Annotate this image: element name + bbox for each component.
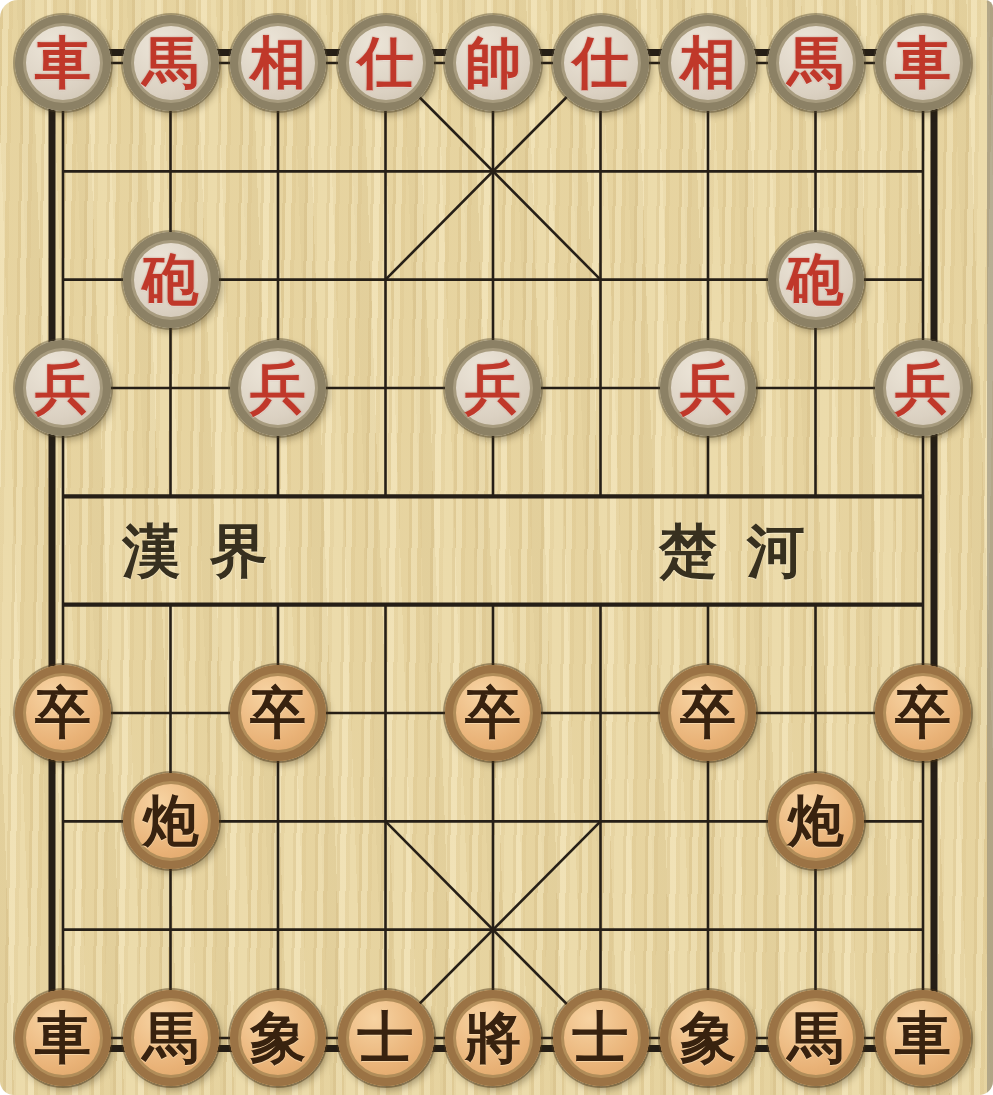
point-c10[interactable]: 象 [224,984,332,1092]
piece-black-elephant[interactable]: 象 [230,990,326,1086]
point-c8[interactable] [224,767,332,875]
piece-black-advisor[interactable]: 士 [553,990,649,1086]
point-g8[interactable] [654,767,762,875]
piece-black-chariot[interactable]: 車 [875,990,971,1086]
point-h6[interactable] [762,550,870,658]
piece-red-elephant[interactable]: 相 [660,15,756,111]
point-d6[interactable] [332,550,440,658]
point-i9[interactable] [869,875,977,983]
point-g10[interactable]: 象 [654,984,762,1092]
point-g1[interactable]: 相 [654,9,762,117]
point-f3[interactable] [547,225,655,333]
point-a4[interactable]: 兵 [9,334,117,442]
piece-red-soldier[interactable]: 兵 [660,340,756,436]
point-a5[interactable] [9,442,117,550]
piece-black-horse[interactable]: 馬 [768,990,864,1086]
point-e2[interactable] [439,117,547,225]
point-a2[interactable] [9,117,117,225]
point-h1[interactable]: 馬 [762,9,870,117]
piece-black-horse[interactable]: 馬 [123,990,219,1086]
piece-red-horse[interactable]: 馬 [123,15,219,111]
point-i3[interactable] [869,225,977,333]
point-i5[interactable] [869,442,977,550]
point-h8[interactable]: 炮 [762,767,870,875]
point-g9[interactable] [654,875,762,983]
point-b8[interactable]: 炮 [117,767,225,875]
point-d1[interactable]: 仕 [332,9,440,117]
point-d3[interactable] [332,225,440,333]
point-a1[interactable]: 車 [9,9,117,117]
point-c1[interactable]: 相 [224,9,332,117]
point-a8[interactable] [9,767,117,875]
point-i8[interactable] [869,767,977,875]
piece-black-elephant[interactable]: 象 [660,990,756,1086]
point-h3[interactable]: 砲 [762,225,870,333]
point-e6[interactable] [439,550,547,658]
point-b6[interactable] [117,550,225,658]
piece-red-chariot[interactable]: 車 [875,15,971,111]
xiangqi-board: 漢界 楚河 車馬相仕帥仕相馬車砲砲兵兵兵兵兵卒卒卒卒卒炮炮車馬象士將士象馬車 [0,0,993,1095]
point-h7[interactable] [762,659,870,767]
point-e9[interactable] [439,875,547,983]
point-i4[interactable]: 兵 [869,334,977,442]
point-d10[interactable]: 士 [332,984,440,1092]
point-a6[interactable] [9,550,117,658]
point-d5[interactable] [332,442,440,550]
point-d2[interactable] [332,117,440,225]
point-g7[interactable]: 卒 [654,659,762,767]
point-i1[interactable]: 車 [869,9,977,117]
point-a10[interactable]: 車 [9,984,117,1092]
piece-red-soldier[interactable]: 兵 [230,340,326,436]
screenshot: 漢界 楚河 車馬相仕帥仕相馬車砲砲兵兵兵兵兵卒卒卒卒卒炮炮車馬象士將士象馬車 [0,0,993,1095]
point-b5[interactable] [117,442,225,550]
point-c7[interactable]: 卒 [224,659,332,767]
point-g5[interactable] [654,442,762,550]
point-f4[interactable] [547,334,655,442]
piece-black-advisor[interactable]: 士 [338,990,434,1086]
point-e5[interactable] [439,442,547,550]
piece-red-cannon[interactable]: 砲 [768,232,864,328]
point-e1[interactable]: 帥 [439,9,547,117]
piece-black-soldier[interactable]: 卒 [230,665,326,761]
piece-black-soldier[interactable]: 卒 [445,665,541,761]
point-e10[interactable]: 將 [439,984,547,1092]
point-g2[interactable] [654,117,762,225]
piece-red-general[interactable]: 帥 [445,15,541,111]
piece-red-cannon[interactable]: 砲 [123,232,219,328]
point-d8[interactable] [332,767,440,875]
point-d7[interactable] [332,659,440,767]
point-d4[interactable] [332,334,440,442]
point-c6[interactable] [224,550,332,658]
piece-red-soldier[interactable]: 兵 [15,340,111,436]
point-c2[interactable] [224,117,332,225]
point-f6[interactable] [547,550,655,658]
point-i7[interactable]: 卒 [869,659,977,767]
point-a9[interactable] [9,875,117,983]
piece-red-chariot[interactable]: 車 [15,15,111,111]
point-e8[interactable] [439,767,547,875]
point-f1[interactable]: 仕 [547,9,655,117]
point-d9[interactable] [332,875,440,983]
point-a7[interactable]: 卒 [9,659,117,767]
point-b2[interactable] [117,117,225,225]
piece-black-cannon[interactable]: 炮 [123,773,219,869]
piece-red-horse[interactable]: 馬 [768,15,864,111]
piece-red-elephant[interactable]: 相 [230,15,326,111]
point-a3[interactable] [9,225,117,333]
piece-black-soldier[interactable]: 卒 [875,665,971,761]
point-h4[interactable] [762,334,870,442]
point-f10[interactable]: 士 [547,984,655,1092]
piece-black-cannon[interactable]: 炮 [768,773,864,869]
point-h2[interactable] [762,117,870,225]
piece-red-advisor[interactable]: 仕 [553,15,649,111]
point-f2[interactable] [547,117,655,225]
point-g4[interactable]: 兵 [654,334,762,442]
point-c5[interactable] [224,442,332,550]
point-c9[interactable] [224,875,332,983]
point-f9[interactable] [547,875,655,983]
piece-red-advisor[interactable]: 仕 [338,15,434,111]
point-f5[interactable] [547,442,655,550]
point-b3[interactable]: 砲 [117,225,225,333]
piece-black-chariot[interactable]: 車 [15,990,111,1086]
piece-red-soldier[interactable]: 兵 [875,340,971,436]
piece-black-general[interactable]: 將 [445,990,541,1086]
point-b1[interactable]: 馬 [117,9,225,117]
point-h10[interactable]: 馬 [762,984,870,1092]
point-h9[interactable] [762,875,870,983]
piece-black-soldier[interactable]: 卒 [660,665,756,761]
point-c4[interactable]: 兵 [224,334,332,442]
piece-black-soldier[interactable]: 卒 [15,665,111,761]
point-e3[interactable] [439,225,547,333]
point-b7[interactable] [117,659,225,767]
point-g6[interactable] [654,550,762,658]
point-f8[interactable] [547,767,655,875]
point-f7[interactable] [547,659,655,767]
point-b10[interactable]: 馬 [117,984,225,1092]
point-e7[interactable]: 卒 [439,659,547,767]
point-h5[interactable] [762,442,870,550]
point-c3[interactable] [224,225,332,333]
point-i10[interactable]: 車 [869,984,977,1092]
point-i6[interactable] [869,550,977,658]
piece-red-soldier[interactable]: 兵 [445,340,541,436]
point-e4[interactable]: 兵 [439,334,547,442]
point-b9[interactable] [117,875,225,983]
point-i2[interactable] [869,117,977,225]
point-b4[interactable] [117,334,225,442]
board-grid: 車馬相仕帥仕相馬車砲砲兵兵兵兵兵卒卒卒卒卒炮炮車馬象士將士象馬車 [9,9,977,1092]
point-g3[interactable] [654,225,762,333]
